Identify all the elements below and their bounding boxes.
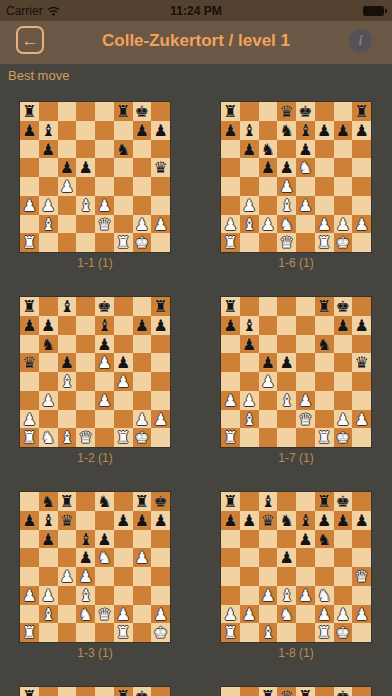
white-pawn-piece: ♟ <box>95 196 114 215</box>
white-rook-piece: ♜ <box>221 233 240 252</box>
black-pawn-piece: ♟ <box>221 316 240 335</box>
square-c2 <box>58 605 77 624</box>
square-h8 <box>352 297 371 316</box>
white-pawn-piece: ♟ <box>296 196 315 215</box>
square-h3 <box>352 586 371 605</box>
square-b4 <box>240 567 259 586</box>
chess-board-1-6[interactable]: ♜♛♚♜♟♝♞♝♟♟♟♟♞♟♟♟♞♟♟♝♟♟♝♟♞♟♟♟♜♛♜♚ <box>221 102 371 252</box>
page-title: Colle-Zukertort / level 1 <box>60 31 332 51</box>
black-rook-piece: ♜ <box>221 102 240 121</box>
square-c2 <box>58 410 77 429</box>
square-d5: ♟ <box>76 548 95 567</box>
square-a4 <box>221 567 240 586</box>
square-h3 <box>151 586 170 605</box>
square-b5 <box>39 548 58 567</box>
square-e2: ♛ <box>95 215 114 234</box>
board-label-1-2: 1-2 (1) <box>20 451 170 465</box>
white-pawn-piece: ♟ <box>315 605 334 624</box>
white-rook-piece: ♜ <box>114 623 133 642</box>
square-c4: ♟ <box>259 372 278 391</box>
square-e2 <box>296 215 315 234</box>
square-h6 <box>352 140 371 159</box>
status-bar: Carrier 11:24 PM <box>0 0 392 21</box>
chess-board-partial-left[interactable]: ♜♜♚ <box>20 687 170 696</box>
square-f8: ♜ <box>114 687 133 696</box>
square-b3: ♟ <box>39 391 58 410</box>
square-f1: ♜ <box>114 233 133 252</box>
white-pawn-piece: ♟ <box>114 372 133 391</box>
square-f8 <box>315 102 334 121</box>
square-e4 <box>296 177 315 196</box>
square-g4 <box>334 177 353 196</box>
square-b4 <box>39 567 58 586</box>
square-b6: ♟ <box>240 335 259 354</box>
square-b2: ♟ <box>240 605 259 624</box>
black-king-piece: ♚ <box>334 492 353 511</box>
square-d3: ♝ <box>76 586 95 605</box>
square-g6 <box>133 530 152 549</box>
square-g1: ♚ <box>133 233 152 252</box>
white-pawn-piece: ♟ <box>259 372 278 391</box>
square-d2: ♞ <box>277 215 296 234</box>
square-h4 <box>151 567 170 586</box>
square-d8: ♛ <box>277 102 296 121</box>
square-a1: ♜ <box>221 623 240 642</box>
square-a5 <box>221 548 240 567</box>
square-c3 <box>58 586 77 605</box>
black-bishop-piece: ♝ <box>95 316 114 335</box>
black-pawn-piece: ♟ <box>296 140 315 159</box>
black-rook-piece: ♜ <box>114 687 133 696</box>
square-h5 <box>352 548 371 567</box>
square-c5: ♟ <box>259 158 278 177</box>
square-e2 <box>95 410 114 429</box>
square-e4 <box>95 177 114 196</box>
square-f3 <box>315 391 334 410</box>
square-d3 <box>76 391 95 410</box>
square-a8: ♜ <box>20 102 39 121</box>
square-c8: ♜ <box>58 492 77 511</box>
chess-board-1-3[interactable]: ♞♜♞♜♚♟♝♛♟♟♟♟♝♟♟♞♟♟♟♟♟♝♝♞♛♟♟♜♜♚ <box>20 492 170 642</box>
square-e6: ♟ <box>296 140 315 159</box>
square-f8 <box>315 687 334 696</box>
black-pawn-piece: ♟ <box>151 316 170 335</box>
white-pawn-piece: ♟ <box>39 391 58 410</box>
white-pawn-piece: ♟ <box>114 605 133 624</box>
square-c3 <box>259 391 278 410</box>
black-pawn-piece: ♟ <box>151 511 170 530</box>
square-e8: ♜ <box>296 687 315 696</box>
white-pawn-piece: ♟ <box>221 215 240 234</box>
back-button[interactable]: ← <box>16 26 44 54</box>
black-queen-piece: ♛ <box>277 687 296 696</box>
square-b3: ♟ <box>39 196 58 215</box>
square-h2: ♟ <box>151 215 170 234</box>
square-g3 <box>334 196 353 215</box>
square-f1: ♜ <box>114 623 133 642</box>
white-rook-piece: ♜ <box>20 623 39 642</box>
square-b4 <box>240 372 259 391</box>
square-d8 <box>277 492 296 511</box>
square-c6 <box>259 335 278 354</box>
square-h1 <box>352 428 371 447</box>
square-f4 <box>114 177 133 196</box>
square-c3 <box>259 196 278 215</box>
white-rook-piece: ♜ <box>114 233 133 252</box>
square-b8 <box>240 102 259 121</box>
square-f2: ♟ <box>315 605 334 624</box>
white-pawn-piece: ♟ <box>221 391 240 410</box>
square-e3 <box>95 586 114 605</box>
square-g1: ♚ <box>334 623 353 642</box>
square-h5: ♛ <box>352 353 371 372</box>
white-pawn-piece: ♟ <box>296 586 315 605</box>
black-pawn-piece: ♟ <box>315 121 334 140</box>
square-a8: ♜ <box>221 492 240 511</box>
square-e8: ♚ <box>296 102 315 121</box>
black-king-piece: ♚ <box>133 687 152 696</box>
white-pawn-piece: ♟ <box>334 215 353 234</box>
square-b3: ♟ <box>39 586 58 605</box>
black-pawn-piece: ♟ <box>133 316 152 335</box>
square-g7: ♟ <box>133 511 152 530</box>
square-h1 <box>151 233 170 252</box>
square-f6: ♞ <box>315 335 334 354</box>
square-a4 <box>20 372 39 391</box>
square-a7: ♟ <box>20 511 39 530</box>
square-a8 <box>221 687 240 696</box>
white-pawn-piece: ♟ <box>58 177 77 196</box>
black-pawn-piece: ♟ <box>334 511 353 530</box>
black-knight-piece: ♞ <box>277 121 296 140</box>
square-a3 <box>221 196 240 215</box>
info-button[interactable]: i <box>349 29 372 52</box>
square-h8: ♚ <box>151 492 170 511</box>
square-h7: ♟ <box>151 511 170 530</box>
square-d3: ♝ <box>277 586 296 605</box>
square-b2 <box>39 410 58 429</box>
square-d4 <box>277 372 296 391</box>
black-king-piece: ♚ <box>334 297 353 316</box>
square-h6 <box>151 530 170 549</box>
square-c3 <box>58 196 77 215</box>
square-c5 <box>58 548 77 567</box>
white-knight-piece: ♞ <box>277 215 296 234</box>
chess-board-1-7[interactable]: ♜♜♚♟♝♟♟♟♞♟♟♛♟♟♟♝♟♝♛♟♟♜♜♚ <box>221 297 371 447</box>
square-a5 <box>20 158 39 177</box>
white-king-piece: ♚ <box>133 428 152 447</box>
square-g8: ♚ <box>334 492 353 511</box>
square-h3 <box>352 391 371 410</box>
square-d7 <box>277 316 296 335</box>
square-f5 <box>114 548 133 567</box>
white-queen-piece: ♛ <box>95 605 114 624</box>
black-pawn-piece: ♟ <box>334 121 353 140</box>
square-d7: ♞ <box>277 511 296 530</box>
square-g4 <box>334 372 353 391</box>
black-king-piece: ♚ <box>334 687 353 696</box>
black-rook-piece: ♜ <box>151 297 170 316</box>
black-rook-piece: ♜ <box>296 687 315 696</box>
square-h6 <box>151 335 170 354</box>
square-h2: ♟ <box>151 605 170 624</box>
white-pawn-piece: ♟ <box>95 391 114 410</box>
square-a6 <box>20 140 39 159</box>
square-g6 <box>334 335 353 354</box>
board-label-1-3: 1-3 (1) <box>20 646 170 660</box>
black-rook-piece: ♜ <box>221 297 240 316</box>
square-g5 <box>133 353 152 372</box>
square-c1 <box>259 233 278 252</box>
chess-board-1-2[interactable]: ♜♝♚♜♟♟♝♟♟♞♟♛♟♟♟♝♟♟♟♟♟♟♜♞♝♛♜♚ <box>20 297 170 447</box>
square-h7: ♟ <box>151 316 170 335</box>
black-pawn-piece: ♟ <box>277 158 296 177</box>
square-h3 <box>151 196 170 215</box>
square-c8 <box>58 102 77 121</box>
square-e3: ♟ <box>296 586 315 605</box>
square-b8: ♞ <box>39 492 58 511</box>
square-h4: ♛ <box>352 567 371 586</box>
battery-icon <box>363 6 384 16</box>
square-b4 <box>39 372 58 391</box>
black-pawn-piece: ♟ <box>39 316 58 335</box>
black-rook-piece: ♜ <box>58 492 77 511</box>
square-g2: ♟ <box>334 410 353 429</box>
square-f1: ♜ <box>114 428 133 447</box>
white-pawn-piece: ♟ <box>58 567 77 586</box>
square-d7: ♞ <box>277 121 296 140</box>
square-a4 <box>20 567 39 586</box>
square-g7: ♟ <box>334 511 353 530</box>
square-f2 <box>315 410 334 429</box>
square-g8: ♚ <box>133 687 152 696</box>
white-bishop-piece: ♝ <box>240 410 259 429</box>
white-king-piece: ♚ <box>133 233 152 252</box>
white-pawn-piece: ♟ <box>334 410 353 429</box>
white-pawn-piece: ♟ <box>76 567 95 586</box>
square-d8 <box>76 492 95 511</box>
square-f3 <box>114 391 133 410</box>
black-pawn-piece: ♟ <box>58 158 77 177</box>
black-queen-piece: ♛ <box>151 158 170 177</box>
black-knight-piece: ♞ <box>95 492 114 511</box>
square-d5: ♟ <box>277 353 296 372</box>
chess-board-1-8[interactable]: ♜♝♜♚♟♟♛♞♝♟♟♟♟♞♟♛♟♝♟♞♟♟♞♟♟♟♜♝♜♚ <box>221 492 371 642</box>
square-d1: ♛ <box>277 233 296 252</box>
section-label: Best move <box>8 68 69 83</box>
square-c1: ♝ <box>58 428 77 447</box>
square-a6 <box>221 140 240 159</box>
square-c1 <box>58 623 77 642</box>
white-pawn-piece: ♟ <box>39 586 58 605</box>
square-a2: ♟ <box>20 410 39 429</box>
square-e5: ♞ <box>296 158 315 177</box>
white-bishop-piece: ♝ <box>76 586 95 605</box>
square-d8 <box>277 297 296 316</box>
square-d3: ♝ <box>277 196 296 215</box>
square-h8: ♜ <box>151 297 170 316</box>
square-e7 <box>95 121 114 140</box>
square-g5 <box>334 158 353 177</box>
square-a7: ♟ <box>221 121 240 140</box>
square-g4 <box>133 567 152 586</box>
square-h8: ♜ <box>352 102 371 121</box>
black-rook-piece: ♜ <box>114 102 133 121</box>
white-king-piece: ♚ <box>151 623 170 642</box>
white-knight-piece: ♞ <box>315 586 334 605</box>
square-f8: ♜ <box>315 492 334 511</box>
square-b5 <box>240 158 259 177</box>
square-a1: ♜ <box>221 428 240 447</box>
square-b7: ♝ <box>240 121 259 140</box>
black-rook-piece: ♜ <box>315 492 334 511</box>
black-pawn-piece: ♟ <box>240 335 259 354</box>
square-a3 <box>221 586 240 605</box>
board-label-1-1: 1-1 (1) <box>20 256 170 270</box>
square-d2 <box>76 215 95 234</box>
black-queen-piece: ♛ <box>259 511 278 530</box>
white-pawn-piece: ♟ <box>151 215 170 234</box>
square-g3 <box>334 586 353 605</box>
white-rook-piece: ♜ <box>221 623 240 642</box>
square-e8: ♞ <box>95 492 114 511</box>
square-c5 <box>259 548 278 567</box>
square-a2: ♟ <box>221 605 240 624</box>
black-rook-piece: ♜ <box>259 687 278 696</box>
square-b7: ♝ <box>39 511 58 530</box>
square-h4 <box>352 372 371 391</box>
white-bishop-piece: ♝ <box>277 586 296 605</box>
square-a1: ♜ <box>20 623 39 642</box>
square-d1 <box>277 623 296 642</box>
square-b1: ♞ <box>39 428 58 447</box>
black-pawn-piece: ♟ <box>259 158 278 177</box>
white-knight-piece: ♞ <box>296 158 315 177</box>
chess-board-1-1[interactable]: ♜♜♚♟♝♟♟♟♞♟♟♛♟♟♟♝♟♝♛♟♟♜♜♚ <box>20 102 170 252</box>
square-c8 <box>259 297 278 316</box>
white-bishop-piece: ♝ <box>58 372 77 391</box>
black-pawn-piece: ♟ <box>114 511 133 530</box>
square-h4 <box>352 177 371 196</box>
square-c8: ♝ <box>259 492 278 511</box>
black-knight-piece: ♞ <box>259 140 278 159</box>
square-a2 <box>20 215 39 234</box>
black-king-piece: ♚ <box>95 297 114 316</box>
square-h5 <box>151 548 170 567</box>
square-b6: ♟ <box>39 140 58 159</box>
square-f6: ♞ <box>315 530 334 549</box>
square-d8 <box>76 102 95 121</box>
white-pawn-piece: ♟ <box>221 605 240 624</box>
square-e7 <box>95 511 114 530</box>
white-pawn-piece: ♟ <box>151 605 170 624</box>
square-b8 <box>39 102 58 121</box>
square-h8 <box>352 492 371 511</box>
square-c4: ♝ <box>58 372 77 391</box>
square-c6 <box>58 530 77 549</box>
square-f6 <box>315 140 334 159</box>
square-d7 <box>76 121 95 140</box>
square-d8 <box>76 687 95 696</box>
black-pawn-piece: ♟ <box>39 530 58 549</box>
black-pawn-piece: ♟ <box>259 353 278 372</box>
app-screen: Carrier 11:24 PM ← Colle-Zukertort / lev… <box>0 0 392 696</box>
black-rook-piece: ♜ <box>20 297 39 316</box>
black-rook-piece: ♜ <box>352 102 371 121</box>
square-b1 <box>240 428 259 447</box>
square-b2: ♝ <box>240 410 259 429</box>
square-d4 <box>76 372 95 391</box>
square-c1: ♝ <box>259 623 278 642</box>
square-e6: ♟ <box>95 530 114 549</box>
square-d6 <box>76 335 95 354</box>
square-f8: ♜ <box>315 297 334 316</box>
square-e1 <box>296 428 315 447</box>
square-c1 <box>259 428 278 447</box>
black-pawn-piece: ♟ <box>296 530 315 549</box>
square-b1 <box>39 233 58 252</box>
square-h3 <box>352 196 371 215</box>
square-a4 <box>20 177 39 196</box>
square-f4 <box>315 177 334 196</box>
white-bishop-piece: ♝ <box>39 605 58 624</box>
square-b7: ♟ <box>39 316 58 335</box>
white-pawn-piece: ♟ <box>133 215 152 234</box>
white-queen-piece: ♛ <box>296 410 315 429</box>
square-c2 <box>259 410 278 429</box>
square-a7: ♟ <box>221 511 240 530</box>
square-h1 <box>151 428 170 447</box>
black-pawn-piece: ♟ <box>221 511 240 530</box>
square-g5 <box>133 158 152 177</box>
square-d7 <box>76 316 95 335</box>
square-g7: ♟ <box>133 316 152 335</box>
square-a5 <box>221 158 240 177</box>
white-pawn-piece: ♟ <box>133 548 152 567</box>
black-bishop-piece: ♝ <box>296 511 315 530</box>
square-b7: ♟ <box>240 511 259 530</box>
black-knight-piece: ♞ <box>277 511 296 530</box>
black-pawn-piece: ♟ <box>151 121 170 140</box>
square-h2: ♟ <box>151 410 170 429</box>
black-knight-piece: ♞ <box>315 530 334 549</box>
square-d2: ♞ <box>277 605 296 624</box>
black-queen-piece: ♛ <box>277 102 296 121</box>
white-pawn-piece: ♟ <box>315 215 334 234</box>
square-b2: ♝ <box>39 605 58 624</box>
square-e2: ♛ <box>95 605 114 624</box>
square-f2: ♟ <box>315 215 334 234</box>
black-pawn-piece: ♟ <box>352 511 371 530</box>
square-b6: ♟ <box>240 140 259 159</box>
square-a4 <box>221 177 240 196</box>
square-b6: ♟ <box>39 530 58 549</box>
square-b7: ♝ <box>240 316 259 335</box>
square-a7: ♟ <box>221 316 240 335</box>
square-b3 <box>240 586 259 605</box>
square-f5 <box>114 158 133 177</box>
square-g6 <box>133 140 152 159</box>
white-pawn-piece: ♟ <box>352 410 371 429</box>
black-pawn-piece: ♟ <box>39 140 58 159</box>
white-pawn-piece: ♟ <box>20 410 39 429</box>
square-g8: ♚ <box>334 297 353 316</box>
square-g8 <box>133 297 152 316</box>
chess-board-partial-right[interactable]: ♜♛♜♚ <box>221 687 371 696</box>
square-b3: ♟ <box>240 391 259 410</box>
white-pawn-piece: ♟ <box>240 605 259 624</box>
white-king-piece: ♚ <box>334 428 353 447</box>
